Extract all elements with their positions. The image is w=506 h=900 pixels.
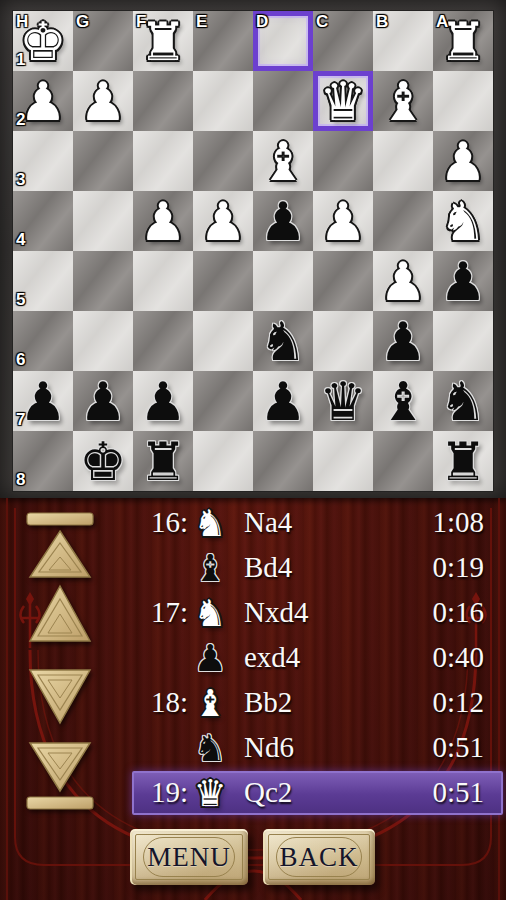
square-d6[interactable]: ♞ (253, 311, 313, 371)
file-label: H (16, 12, 28, 32)
square-f7[interactable]: ♟ (133, 371, 193, 431)
move-number: 19: (0, 776, 188, 809)
black-rook: ♜ (433, 431, 493, 491)
white-pawn: ♟ (133, 191, 193, 251)
square-e3[interactable] (193, 131, 253, 191)
square-h4[interactable]: 4 (13, 191, 73, 251)
white-knight-icon: ♞ (188, 590, 232, 635)
square-d8[interactable] (253, 431, 313, 491)
square-f4[interactable]: ♟ (133, 191, 193, 251)
square-g4[interactable] (73, 191, 133, 251)
white-pawn: ♟ (313, 191, 373, 251)
square-g2[interactable]: ♟ (73, 71, 133, 131)
square-b3[interactable] (373, 131, 433, 191)
rank-label: 1 (16, 50, 25, 70)
square-a5[interactable]: ♟ (433, 251, 493, 311)
move-number: 16: (0, 506, 188, 539)
square-h5[interactable]: 5 (13, 251, 73, 311)
black-knight: ♞ (253, 311, 313, 371)
white-knight: ♞ (433, 191, 493, 251)
square-e8[interactable] (193, 431, 253, 491)
black-pawn: ♟ (253, 191, 313, 251)
square-e6[interactable] (193, 311, 253, 371)
board-panel: H1♚GF♜EDCBA♜2♟♟♛♝3♝♟4♟♟♟♟♞5♟♟6♞♟7♟♟♟♟♛♝♞… (0, 0, 506, 498)
move-san: Bd4 (232, 551, 386, 584)
file-label: F (136, 12, 146, 32)
square-f1[interactable]: F♜ (133, 11, 193, 71)
rank-label: 4 (16, 230, 25, 250)
square-f8[interactable]: ♜ (133, 431, 193, 491)
white-pawn: ♟ (193, 191, 253, 251)
rank-label: 6 (16, 350, 25, 370)
square-b5[interactable]: ♟ (373, 251, 433, 311)
move-san: Bb2 (232, 686, 386, 719)
square-a4[interactable]: ♞ (433, 191, 493, 251)
move-san: Nxd4 (232, 596, 386, 629)
move-piece-cell: ♝ (188, 680, 232, 725)
square-a7[interactable]: ♞ (433, 371, 493, 431)
square-c2[interactable]: ♛ (313, 71, 373, 131)
move-row[interactable]: 17:♞Nxd40:16 (0, 590, 506, 635)
back-button[interactable]: BACK (263, 829, 375, 885)
square-c7[interactable]: ♛ (313, 371, 373, 431)
square-c3[interactable] (313, 131, 373, 191)
white-pawn: ♟ (73, 71, 133, 131)
square-e5[interactable] (193, 251, 253, 311)
square-b2[interactable]: ♝ (373, 71, 433, 131)
square-h3[interactable]: 3 (13, 131, 73, 191)
move-row[interactable]: 18:♝Bb20:12 (0, 680, 506, 725)
move-row[interactable]: 16:♞Na41:08 (0, 500, 506, 545)
move-piece-cell: ♛ (188, 770, 232, 815)
rank-label: 5 (16, 290, 25, 310)
back-button-label: BACK (263, 829, 375, 885)
black-knight: ♞ (433, 371, 493, 431)
black-king: ♚ (73, 431, 133, 491)
file-label: G (76, 12, 89, 32)
move-list: 16:♞Na41:08♝Bd40:1917:♞Nxd40:16♟exd40:40… (0, 500, 506, 815)
rank-label: 7 (16, 410, 25, 430)
file-label: C (316, 12, 328, 32)
rank-label: 8 (16, 470, 25, 490)
square-c5[interactable] (313, 251, 373, 311)
square-h1[interactable]: H1♚ (13, 11, 73, 71)
black-pawn: ♟ (373, 311, 433, 371)
move-time: 0:40 (386, 641, 506, 674)
square-a8[interactable]: ♜ (433, 431, 493, 491)
move-time: 0:51 (386, 776, 506, 809)
rank-label: 2 (16, 110, 25, 130)
black-knight-icon: ♞ (188, 725, 232, 770)
square-h8[interactable]: 8 (13, 431, 73, 491)
black-bishop: ♝ (373, 371, 433, 431)
move-time: 0:19 (386, 551, 506, 584)
white-bishop: ♝ (373, 71, 433, 131)
move-piece-cell: ♞ (188, 725, 232, 770)
square-c6[interactable] (313, 311, 373, 371)
black-pawn: ♟ (433, 251, 493, 311)
square-b1[interactable]: B (373, 11, 433, 71)
square-d7[interactable]: ♟ (253, 371, 313, 431)
move-row[interactable]: ♞Nd60:51 (0, 725, 506, 770)
square-e7[interactable] (193, 371, 253, 431)
move-number: 18: (0, 686, 188, 719)
square-f2[interactable] (133, 71, 193, 131)
file-label: E (196, 12, 207, 32)
black-queen: ♛ (313, 371, 373, 431)
square-a2[interactable] (433, 71, 493, 131)
square-g5[interactable] (73, 251, 133, 311)
square-c4[interactable]: ♟ (313, 191, 373, 251)
move-san: exd4 (232, 641, 386, 674)
white-bishop-icon: ♝ (188, 680, 232, 725)
white-pawn: ♟ (433, 131, 493, 191)
move-number: 17: (0, 596, 188, 629)
square-d3[interactable]: ♝ (253, 131, 313, 191)
square-g3[interactable] (73, 131, 133, 191)
move-time: 1:08 (386, 506, 506, 539)
square-e1[interactable]: E (193, 11, 253, 71)
square-h7[interactable]: 7♟ (13, 371, 73, 431)
square-g7[interactable]: ♟ (73, 371, 133, 431)
menu-button[interactable]: MENU (130, 829, 248, 885)
square-f6[interactable] (133, 311, 193, 371)
move-time: 0:16 (386, 596, 506, 629)
white-bishop: ♝ (253, 131, 313, 191)
square-d5[interactable] (253, 251, 313, 311)
move-row[interactable]: ♟exd40:40 (0, 635, 506, 680)
square-d1[interactable]: D (253, 11, 313, 71)
square-e2[interactable] (193, 71, 253, 131)
menu-button-label: MENU (130, 829, 248, 885)
square-h2[interactable]: 2♟ (13, 71, 73, 131)
square-a1[interactable]: A♜ (433, 11, 493, 71)
move-row-selected[interactable]: 19:♛Qc20:51 (0, 770, 506, 815)
move-piece-cell: ♞ (188, 590, 232, 635)
black-pawn: ♟ (73, 371, 133, 431)
square-f3[interactable] (133, 131, 193, 191)
white-queen: ♛ (313, 71, 373, 131)
file-label: A (436, 12, 448, 32)
move-san: Na4 (232, 506, 386, 539)
black-pawn-icon: ♟ (188, 635, 232, 680)
square-d2[interactable] (253, 71, 313, 131)
move-piece-cell: ♝ (188, 545, 232, 590)
square-g6[interactable] (73, 311, 133, 371)
square-g8[interactable]: ♚ (73, 431, 133, 491)
file-label: B (376, 12, 388, 32)
square-b6[interactable]: ♟ (373, 311, 433, 371)
file-label: D (256, 12, 268, 32)
black-bishop-icon: ♝ (188, 545, 232, 590)
square-c8[interactable] (313, 431, 373, 491)
black-rook: ♜ (133, 431, 193, 491)
move-row[interactable]: ♝Bd40:19 (0, 545, 506, 590)
white-queen-icon: ♛ (188, 770, 232, 815)
move-san: Nd6 (232, 731, 386, 764)
square-h6[interactable]: 6 (13, 311, 73, 371)
black-pawn: ♟ (133, 371, 193, 431)
move-time: 0:51 (386, 731, 506, 764)
move-piece-cell: ♞ (188, 500, 232, 545)
square-a6[interactable] (433, 311, 493, 371)
square-b4[interactable] (373, 191, 433, 251)
square-b8[interactable] (373, 431, 433, 491)
square-a3[interactable]: ♟ (433, 131, 493, 191)
white-pawn: ♟ (373, 251, 433, 311)
move-piece-cell: ♟ (188, 635, 232, 680)
rank-label: 3 (16, 170, 25, 190)
square-c1[interactable]: C (313, 11, 373, 71)
square-d4[interactable]: ♟ (253, 191, 313, 251)
square-e4[interactable]: ♟ (193, 191, 253, 251)
move-san: Qc2 (232, 776, 386, 809)
white-knight-icon: ♞ (188, 500, 232, 545)
move-time: 0:12 (386, 686, 506, 719)
chess-board: H1♚GF♜EDCBA♜2♟♟♛♝3♝♟4♟♟♟♟♞5♟♟6♞♟7♟♟♟♟♛♝♞… (13, 11, 493, 491)
square-g1[interactable]: G (73, 11, 133, 71)
square-b7[interactable]: ♝ (373, 371, 433, 431)
black-pawn: ♟ (253, 371, 313, 431)
square-f5[interactable] (133, 251, 193, 311)
